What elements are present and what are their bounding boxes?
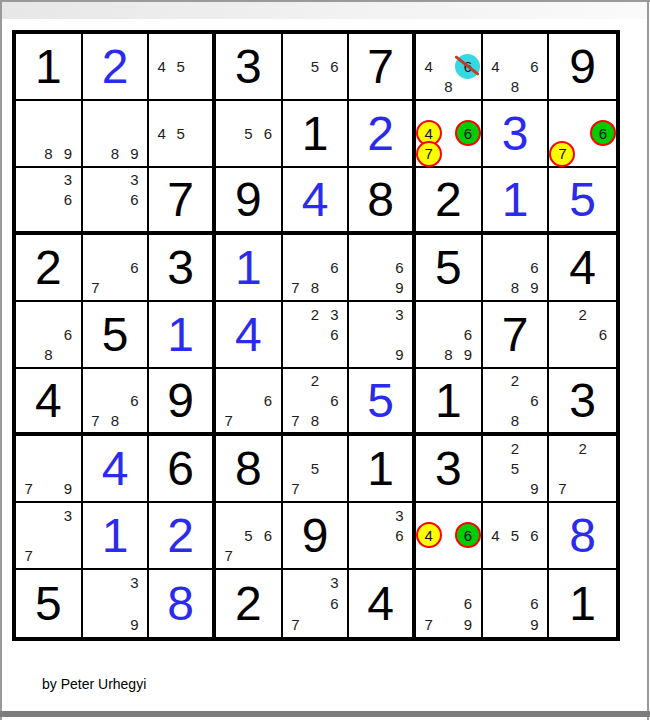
pencil-marks: 79 [19,438,78,499]
given-digit: 7 [483,302,548,367]
candidate-6: 6 [458,56,478,76]
pencil-marks: 89 [86,103,145,164]
candidate-6: 6 [258,391,278,411]
pencil-marks: 679 [419,572,478,635]
cell-r2c4[interactable]: 56 [216,101,283,168]
given-digit: 3 [416,436,481,501]
frame-right-edge [647,0,649,720]
cell-r4c5[interactable]: 678 [283,235,350,302]
candidate-4: 4 [419,525,439,545]
cell-r7c9[interactable]: 27 [549,436,616,503]
window-frame: 1245356746846898989455612467367363679482… [0,0,650,720]
cell-r6c7[interactable]: 1 [416,369,483,436]
candidate-5: 5 [505,458,525,478]
pencil-marks: 69 [352,237,409,298]
candidate-6: 6 [525,56,545,76]
cell-r2c1[interactable]: 89 [16,101,83,168]
given-digit: 9 [549,34,616,99]
cell-r9c1[interactable]: 5 [16,570,83,637]
cell-r6c3[interactable]: 9 [149,369,216,436]
cell-r9c8[interactable]: 69 [483,570,550,637]
candidate-7: 7 [286,614,306,635]
yellow-circle-mark: 7 [549,141,575,167]
cell-r6c8[interactable]: 268 [483,369,550,436]
candidate-2: 2 [573,438,593,458]
candidate-6: 6 [325,324,345,344]
cell-r6c5[interactable]: 2678 [283,369,350,436]
candidate-6: 6 [525,391,545,411]
candidate-9: 9 [525,479,545,499]
cell-r1c3[interactable]: 45 [149,34,216,101]
cell-r3c4[interactable]: 9 [216,168,283,235]
candidate-2: 2 [573,304,593,324]
frame-left-edge [0,0,2,720]
pencil-marks: 678 [86,371,145,430]
cell-r1c4[interactable]: 3 [216,34,283,101]
candidate-5: 5 [305,458,325,478]
cell-r1c8[interactable]: 468 [483,34,550,101]
pencil-marks: 468 [419,36,478,97]
candidate-6: 6 [125,257,145,277]
cell-r5c6[interactable]: 39 [349,302,416,369]
candidate-7: 7 [219,410,239,430]
solved-digit: 3 [483,101,548,166]
candidate-6: 6 [525,257,545,277]
candidate-6: 6 [258,525,278,545]
cell-r7c5[interactable]: 57 [283,436,350,503]
cell-r3c2[interactable]: 36 [83,168,150,235]
pencil-marks: 67 [552,103,613,164]
cell-r7c8[interactable]: 259 [483,436,550,503]
candidate-5: 5 [171,56,190,76]
candidate-9: 9 [58,479,78,499]
yellow-circle-mark: 4 [416,522,442,548]
cell-r8c2[interactable]: 1 [83,503,150,570]
green-circle-mark: 6 [455,522,481,548]
cell-r5c5[interactable]: 236 [283,302,350,369]
solved-digit: 4 [283,168,348,231]
candidate-6: 6 [125,391,145,411]
candidate-6: 6 [390,257,409,277]
solved-digit: 1 [149,302,212,367]
candidate-8: 8 [505,410,525,430]
candidate-3: 3 [125,170,145,190]
given-digit: 2 [416,168,481,231]
cell-r6c1[interactable]: 4 [16,369,83,436]
candidate-7: 7 [219,546,239,566]
candidate-9: 9 [525,278,545,298]
cell-r8c1[interactable]: 37 [16,503,83,570]
candidate-6: 6 [458,593,478,614]
cell-r2c2[interactable]: 89 [83,101,150,168]
cell-r7c7[interactable]: 3 [416,436,483,503]
cell-r3c7[interactable]: 2 [416,168,483,235]
given-digit: 3 [149,235,212,300]
given-digit: 7 [349,34,412,99]
cell-r1c2[interactable]: 2 [83,34,150,101]
candidate-6: 6 [58,190,78,210]
solved-digit: 5 [549,168,616,231]
pencil-marks: 45 [152,36,209,97]
given-digit: 3 [216,34,281,99]
cell-r1c6[interactable]: 7 [349,34,416,101]
cell-r4c6[interactable]: 69 [349,235,416,302]
cell-r8c4[interactable]: 567 [216,503,283,570]
cell-r5c1[interactable]: 68 [16,302,83,369]
candidate-5: 5 [239,525,259,545]
pencil-marks: 367 [286,572,345,635]
pencil-marks: 39 [86,572,145,635]
green-circle-mark: 6 [590,120,616,146]
pencil-marks: 36 [352,505,409,566]
cell-r3c8[interactable]: 1 [483,168,550,235]
pencil-marks: 89 [19,103,78,164]
cell-r4c3[interactable]: 3 [149,235,216,302]
candidate-6: 6 [458,123,478,143]
cell-r2c5[interactable]: 1 [283,101,350,168]
solved-digit: 1 [83,503,148,568]
pencil-marks: 567 [219,505,278,566]
pencil-marks: 27 [552,438,613,499]
candidate-5: 5 [305,56,325,76]
cell-r7c1[interactable]: 79 [16,436,83,503]
solved-digit: 5 [349,369,412,432]
candidate-2: 2 [505,371,525,391]
cell-r8c3[interactable]: 2 [149,503,216,570]
candidate-6: 6 [325,593,345,614]
candidate-3: 3 [325,304,345,324]
cell-r7c4[interactable]: 8 [216,436,283,503]
candidate-8: 8 [305,278,325,298]
given-digit: 3 [549,369,616,432]
cell-r7c6[interactable]: 1 [349,436,416,503]
cell-r9c9[interactable]: 1 [549,570,616,637]
candidate-6: 6 [325,56,345,76]
cell-r3c6[interactable]: 8 [349,168,416,235]
green-circle-mark: 6 [455,120,481,146]
candidate-3: 3 [390,505,409,525]
candidate-6: 6 [325,391,345,411]
pencil-marks: 45 [152,103,209,164]
candidate-6: 6 [458,525,478,545]
cell-r4c8[interactable]: 689 [483,235,550,302]
cell-r9c7[interactable]: 679 [416,570,483,637]
given-digit: 1 [283,101,348,166]
cell-r6c4[interactable]: 67 [216,369,283,436]
candidate-8: 8 [305,410,325,430]
candidate-8: 8 [105,144,125,164]
candidate-9: 9 [58,144,78,164]
pencil-marks: 67 [219,371,278,430]
cell-r5c8[interactable]: 7 [483,302,550,369]
candidate-4: 4 [152,123,171,143]
given-digit: 4 [549,235,616,300]
cell-r4c2[interactable]: 67 [83,235,150,302]
cell-r2c8[interactable]: 3 [483,101,550,168]
given-digit: 9 [149,369,212,432]
candidate-8: 8 [39,144,59,164]
given-digit: 9 [216,168,281,231]
candidate-7: 7 [419,144,439,164]
pencil-marks: 69 [486,572,545,635]
credit-text: by Peter Urhegyi [42,676,146,692]
cell-r8c5[interactable]: 9 [283,503,350,570]
candidate-9: 9 [390,345,409,365]
candidate-7: 7 [286,278,306,298]
candidate-4: 4 [419,56,439,76]
candidate-6: 6 [593,123,613,143]
candidate-6: 6 [390,525,409,545]
cell-r2c9[interactable]: 67 [549,101,616,168]
pencil-marks: 57 [286,438,345,499]
solved-digit: 2 [349,101,412,166]
candidate-6: 6 [258,123,278,143]
cell-r5c9[interactable]: 26 [549,302,616,369]
candidate-7: 7 [19,479,39,499]
solved-digit: 1 [483,168,548,231]
candidate-2: 2 [305,371,325,391]
given-digit: 9 [283,503,348,568]
pencil-marks: 56 [219,103,278,164]
cell-r8c9[interactable]: 8 [549,503,616,570]
candidate-4: 4 [152,56,171,76]
pencil-marks: 26 [552,304,613,365]
pencil-marks: 37 [19,505,78,566]
candidate-4: 4 [486,525,506,545]
cell-r4c1[interactable]: 2 [16,235,83,302]
solved-digit: 8 [549,503,616,568]
candidate-9: 9 [125,614,145,635]
cell-r9c2[interactable]: 39 [83,570,150,637]
pencil-marks: 56 [286,36,345,97]
bottom-bar [0,711,650,717]
cell-r7c3[interactable]: 6 [149,436,216,503]
given-digit: 4 [16,369,81,432]
given-digit: 1 [416,369,481,432]
candidate-3: 3 [58,170,78,190]
candidate-7: 7 [552,144,572,164]
candidate-9: 9 [525,614,545,635]
given-digit: 5 [16,570,81,637]
candidate-8: 8 [439,345,459,365]
cell-r8c8[interactable]: 456 [483,503,550,570]
given-digit: 2 [216,570,281,637]
given-digit: 6 [149,436,212,501]
pencil-marks: 46 [419,505,478,566]
cell-r1c1[interactable]: 1 [16,34,83,101]
cyan-circle-mark: 6 [455,54,480,79]
candidate-8: 8 [505,278,525,298]
pencil-marks: 2678 [286,371,345,430]
cell-r3c9[interactable]: 5 [549,168,616,235]
cell-r5c7[interactable]: 689 [416,302,483,369]
cell-r6c9[interactable]: 3 [549,369,616,436]
cell-r4c4[interactable]: 1 [216,235,283,302]
candidate-2: 2 [505,438,525,458]
cell-r5c3[interactable]: 1 [149,302,216,369]
candidate-7: 7 [86,278,106,298]
candidate-8: 8 [39,345,59,365]
solved-digit: 4 [216,302,281,367]
candidate-7: 7 [86,410,106,430]
candidate-6: 6 [458,324,478,344]
candidate-3: 3 [390,304,409,324]
candidate-5: 5 [505,525,525,545]
given-digit: 1 [349,436,412,501]
pencil-marks: 67 [86,237,145,298]
candidate-6: 6 [593,324,613,344]
given-digit: 5 [416,235,481,300]
candidate-9: 9 [125,144,145,164]
solved-digit: 2 [83,34,148,99]
cell-r3c1[interactable]: 36 [16,168,83,235]
pencil-marks: 678 [286,237,345,298]
cell-r2c6[interactable]: 2 [349,101,416,168]
candidate-3: 3 [325,572,345,593]
cell-r8c6[interactable]: 36 [349,503,416,570]
candidate-6: 6 [525,593,545,614]
sudoku-board[interactable]: 1245356746846898989455612467367363679482… [12,30,620,641]
candidate-7: 7 [419,614,439,635]
candidate-6: 6 [125,190,145,210]
cell-r1c9[interactable]: 9 [549,34,616,101]
cell-r1c7[interactable]: 468 [416,34,483,101]
candidate-3: 3 [58,505,78,525]
cell-r4c7[interactable]: 5 [416,235,483,302]
candidate-9: 9 [390,278,409,298]
yellow-circle-mark: 7 [416,141,442,167]
given-digit: 7 [149,168,212,231]
pencil-marks: 36 [86,170,145,229]
given-digit: 1 [16,34,81,99]
candidate-5: 5 [171,123,190,143]
title-bar [2,2,647,19]
candidate-6: 6 [525,525,545,545]
candidate-7: 7 [552,479,572,499]
cell-r2c7[interactable]: 467 [416,101,483,168]
cell-r5c4[interactable]: 4 [216,302,283,369]
candidate-9: 9 [458,614,478,635]
given-digit: 2 [16,235,81,300]
pencil-marks: 689 [486,237,545,298]
pencil-marks: 689 [419,304,478,365]
solved-digit: 2 [149,503,212,568]
pencil-marks: 467 [419,103,478,164]
given-digit: 8 [349,168,412,231]
cell-r2c3[interactable]: 45 [149,101,216,168]
candidate-8: 8 [105,410,125,430]
cell-r3c3[interactable]: 7 [149,168,216,235]
solved-digit: 4 [83,436,148,501]
cell-r1c5[interactable]: 56 [283,34,350,101]
solved-digit: 1 [216,235,281,300]
pencil-marks: 68 [19,304,78,365]
pencil-marks: 456 [486,505,545,566]
pencil-marks: 36 [19,170,78,229]
candidate-6: 6 [58,324,78,344]
candidate-4: 4 [486,56,506,76]
candidate-7: 7 [19,546,39,566]
candidate-9: 9 [458,345,478,365]
cell-r8c7[interactable]: 46 [416,503,483,570]
solved-digit: 8 [149,570,212,637]
pencil-marks: 39 [352,304,409,365]
given-digit: 5 [83,302,148,367]
candidate-8: 8 [439,77,459,97]
cell-r9c4[interactable]: 2 [216,570,283,637]
cell-r9c5[interactable]: 367 [283,570,350,637]
cell-r6c2[interactable]: 678 [83,369,150,436]
candidate-8: 8 [505,77,525,97]
given-digit: 1 [549,570,616,637]
cell-r5c2[interactable]: 5 [83,302,150,369]
cell-r9c3[interactable]: 8 [149,570,216,637]
cell-r6c6[interactable]: 5 [349,369,416,436]
given-digit: 4 [349,570,412,637]
pencil-marks: 468 [486,36,545,97]
candidate-6: 6 [325,257,345,277]
pencil-marks: 259 [486,438,545,499]
candidate-5: 5 [239,123,259,143]
pencil-marks: 236 [286,304,345,365]
pencil-marks: 268 [486,371,545,430]
candidate-7: 7 [286,479,306,499]
cell-r4c9[interactable]: 4 [549,235,616,302]
given-digit: 8 [216,436,281,501]
cell-r7c2[interactable]: 4 [83,436,150,503]
candidate-7: 7 [286,410,306,430]
candidate-3: 3 [125,572,145,593]
cell-r3c5[interactable]: 4 [283,168,350,235]
cell-r9c6[interactable]: 4 [349,570,416,637]
candidate-2: 2 [305,304,325,324]
